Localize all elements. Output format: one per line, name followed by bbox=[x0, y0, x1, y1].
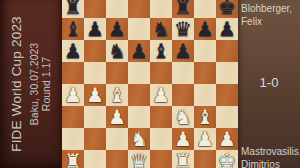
piece-black-pawn: ♟ bbox=[108, 19, 126, 39]
square-d5[interactable] bbox=[128, 62, 150, 84]
square-d7[interactable] bbox=[128, 18, 150, 40]
square-g7[interactable]: ♟ bbox=[194, 18, 216, 40]
square-a8[interactable]: ♜ bbox=[62, 0, 84, 18]
event-site-date: Baku, 30.07.2023 bbox=[28, 16, 40, 152]
square-h7[interactable]: ♟ bbox=[216, 18, 238, 40]
square-a4[interactable]: ♟ bbox=[62, 84, 84, 106]
square-c8[interactable] bbox=[106, 0, 128, 18]
game-result: 1-0 bbox=[238, 75, 300, 90]
white-player-name: Mastrovasilis, Dimitrios bbox=[241, 145, 300, 168]
square-a6[interactable]: ♟ bbox=[62, 40, 84, 62]
square-c4[interactable]: ♝ bbox=[106, 84, 128, 106]
square-a2[interactable] bbox=[62, 128, 84, 150]
square-b5[interactable] bbox=[84, 62, 106, 84]
piece-black-pawn: ♟ bbox=[174, 41, 192, 61]
square-h1[interactable]: ♚ bbox=[216, 150, 238, 168]
square-e3[interactable] bbox=[150, 106, 172, 128]
square-b6[interactable] bbox=[84, 40, 106, 62]
square-h4[interactable] bbox=[216, 84, 238, 106]
square-g5[interactable] bbox=[194, 62, 216, 84]
piece-white-pawn: ♟ bbox=[152, 85, 170, 105]
square-f2[interactable]: ♟ bbox=[172, 128, 194, 150]
square-f6[interactable]: ♟ bbox=[172, 40, 194, 62]
square-b7[interactable]: ♟ bbox=[84, 18, 106, 40]
event-title: FIDE World Cup 2023 bbox=[10, 16, 24, 152]
square-g4[interactable] bbox=[194, 84, 216, 106]
chess-board: ♜♜♚♝♟♟♞♛♟♟♟♞♟♝♟♟♟♝♟♟♞♝♞♟♟♟♜♛♜♚ bbox=[62, 0, 238, 168]
square-h2[interactable]: ♟ bbox=[216, 128, 238, 150]
square-a1[interactable]: ♜ bbox=[62, 150, 84, 168]
event-round: Round 1.17 bbox=[40, 16, 52, 152]
piece-black-pawn: ♟ bbox=[130, 41, 148, 61]
square-b8[interactable] bbox=[84, 0, 106, 18]
square-a7[interactable]: ♝ bbox=[62, 18, 84, 40]
piece-white-knight: ♞ bbox=[130, 129, 148, 149]
piece-black-pawn: ♟ bbox=[64, 41, 82, 61]
piece-white-bishop: ♝ bbox=[196, 107, 214, 127]
black-player-name: Blohberger, Felix bbox=[241, 2, 292, 28]
square-g3[interactable]: ♝ bbox=[194, 106, 216, 128]
square-c1[interactable] bbox=[106, 150, 128, 168]
square-b2[interactable] bbox=[84, 128, 106, 150]
square-h3[interactable] bbox=[216, 106, 238, 128]
square-c2[interactable] bbox=[106, 128, 128, 150]
black-player-surname: Blohberger, bbox=[241, 2, 292, 15]
event-info-panel: FIDE World Cup 2023 Baku, 30.07.2023 Rou… bbox=[0, 0, 62, 168]
piece-white-pawn: ♟ bbox=[108, 107, 126, 127]
piece-black-bishop: ♝ bbox=[64, 19, 82, 39]
square-h8[interactable]: ♚ bbox=[216, 0, 238, 18]
square-h5[interactable] bbox=[216, 62, 238, 84]
square-d3[interactable] bbox=[128, 106, 150, 128]
piece-white-knight: ♞ bbox=[174, 107, 192, 127]
square-c5[interactable] bbox=[106, 62, 128, 84]
square-a5[interactable] bbox=[62, 62, 84, 84]
piece-white-pawn: ♟ bbox=[196, 129, 214, 149]
square-b3[interactable] bbox=[84, 106, 106, 128]
square-e6[interactable]: ♝ bbox=[150, 40, 172, 62]
square-e5[interactable] bbox=[150, 62, 172, 84]
square-c7[interactable]: ♟ bbox=[106, 18, 128, 40]
square-f3[interactable]: ♞ bbox=[172, 106, 194, 128]
square-f4[interactable] bbox=[172, 84, 194, 106]
square-c6[interactable]: ♞ bbox=[106, 40, 128, 62]
square-f8[interactable]: ♜ bbox=[172, 0, 194, 18]
square-a3[interactable] bbox=[62, 106, 84, 128]
piece-black-rook: ♜ bbox=[64, 0, 82, 17]
square-d1[interactable]: ♛ bbox=[128, 150, 150, 168]
square-f1[interactable]: ♜ bbox=[172, 150, 194, 168]
piece-black-rook: ♜ bbox=[174, 0, 192, 17]
piece-black-knight: ♞ bbox=[108, 41, 126, 61]
piece-white-bishop: ♝ bbox=[108, 85, 126, 105]
piece-white-queen: ♛ bbox=[130, 151, 148, 168]
chess-broadcast-window: { "game": "chess", "position": { "fen": … bbox=[0, 0, 300, 168]
white-player-surname: Mastrovasilis, bbox=[241, 145, 300, 158]
piece-black-king: ♚ bbox=[218, 0, 236, 17]
square-e7[interactable]: ♞ bbox=[150, 18, 172, 40]
square-h6[interactable] bbox=[216, 40, 238, 62]
square-e2[interactable] bbox=[150, 128, 172, 150]
square-f7[interactable]: ♛ bbox=[172, 18, 194, 40]
square-c3[interactable]: ♟ bbox=[106, 106, 128, 128]
square-d8[interactable] bbox=[128, 0, 150, 18]
square-e4[interactable]: ♟ bbox=[150, 84, 172, 106]
game-info-panel: Blohberger, Felix 1-0 Mastrovasilis, Dim… bbox=[238, 0, 300, 168]
square-g2[interactable]: ♟ bbox=[194, 128, 216, 150]
square-d4[interactable] bbox=[128, 84, 150, 106]
piece-white-rook: ♜ bbox=[64, 151, 82, 168]
square-b4[interactable]: ♟ bbox=[84, 84, 106, 106]
piece-white-pawn: ♟ bbox=[174, 129, 192, 149]
square-e8[interactable] bbox=[150, 0, 172, 18]
event-info-rotated-text: FIDE World Cup 2023 Baku, 30.07.2023 Rou… bbox=[10, 16, 52, 152]
piece-black-bishop: ♝ bbox=[152, 41, 170, 61]
piece-white-pawn: ♟ bbox=[64, 85, 82, 105]
piece-white-pawn: ♟ bbox=[86, 85, 104, 105]
square-b1[interactable] bbox=[84, 150, 106, 168]
square-g1[interactable] bbox=[194, 150, 216, 168]
white-player-firstname: Dimitrios bbox=[241, 158, 300, 168]
piece-white-king: ♚ bbox=[218, 151, 236, 168]
square-g8[interactable] bbox=[194, 0, 216, 18]
piece-black-pawn: ♟ bbox=[86, 19, 104, 39]
square-d6[interactable]: ♟ bbox=[128, 40, 150, 62]
piece-white-rook: ♜ bbox=[174, 151, 192, 168]
square-d2[interactable]: ♞ bbox=[128, 128, 150, 150]
piece-black-pawn: ♟ bbox=[196, 19, 214, 39]
square-f5[interactable] bbox=[172, 62, 194, 84]
square-e1[interactable] bbox=[150, 150, 172, 168]
piece-black-knight: ♞ bbox=[152, 19, 170, 39]
square-g6[interactable] bbox=[194, 40, 216, 62]
piece-black-pawn: ♟ bbox=[218, 19, 236, 39]
piece-white-pawn: ♟ bbox=[218, 129, 236, 149]
piece-black-queen: ♛ bbox=[174, 19, 192, 39]
black-player-firstname: Felix bbox=[241, 15, 292, 28]
